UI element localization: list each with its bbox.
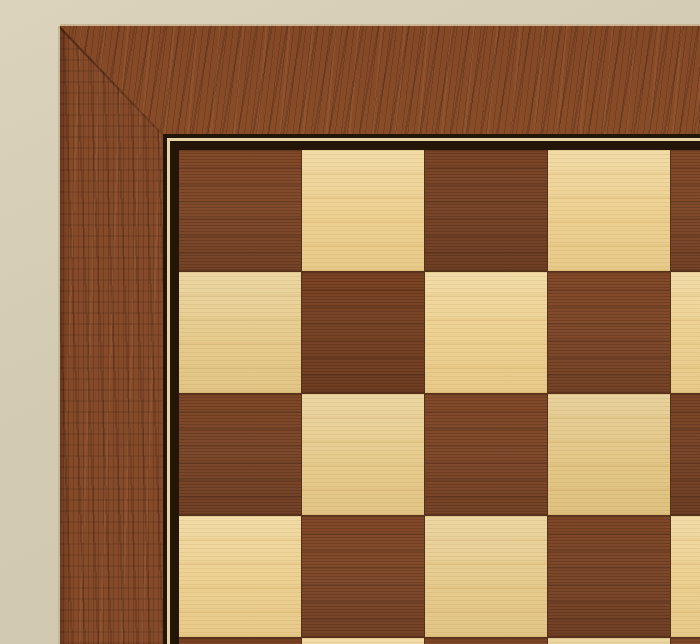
board-square: [425, 394, 547, 515]
board-square: [302, 272, 424, 393]
board-square: [548, 638, 670, 644]
board-square: [302, 394, 424, 515]
board-square: [425, 638, 547, 644]
board-square: [179, 638, 301, 644]
board-square: [179, 394, 301, 515]
board-square: [548, 394, 670, 515]
board-edge-highlight-left: [58, 24, 60, 644]
board-square: [179, 516, 301, 637]
board-square: [302, 516, 424, 637]
inlay-outer-ebony-line: [163, 134, 700, 644]
board-square: [179, 150, 301, 271]
board-square: [425, 150, 547, 271]
board-square: [671, 394, 700, 515]
board-square: [302, 150, 424, 271]
board-square: [302, 638, 424, 644]
board-square: [548, 150, 670, 271]
board-square: [425, 516, 547, 637]
board-square: [179, 272, 301, 393]
chessboard: [58, 24, 700, 644]
board-square: [671, 516, 700, 637]
background-wall: [0, 0, 700, 644]
board-square: [548, 272, 670, 393]
inlay-maple-line: [167, 138, 700, 644]
inlay-inner-ebony-line: [170, 141, 700, 644]
board-squares: [179, 150, 700, 644]
board-square: [671, 150, 700, 271]
board-edge-highlight-top: [58, 24, 700, 26]
board-square: [671, 638, 700, 644]
board-square: [671, 272, 700, 393]
board-square: [548, 516, 670, 637]
board-square: [425, 272, 547, 393]
